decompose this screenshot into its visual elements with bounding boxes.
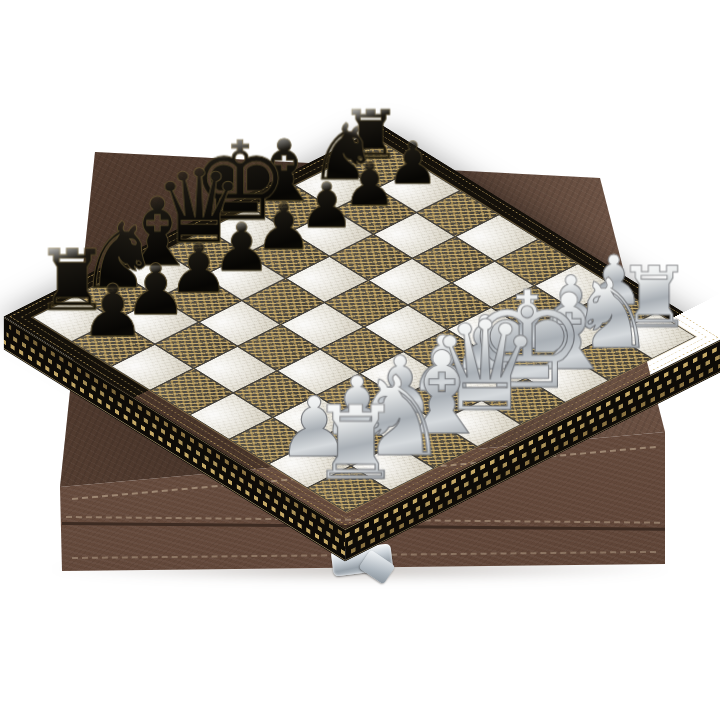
piece-black-pawn-d7[interactable]: ♟ — [212, 214, 272, 280]
board-scene: ♜♞♝♛♚♝♞♜♟♟♟♟♟♟♟♟♟♟♟♟♟♟♟♟♜♞♝♛♚♝♞♜ — [0, 0, 720, 720]
piece-black-pawn-f7[interactable]: ♟ — [299, 174, 355, 236]
square-c7[interactable]: ♟ — [160, 277, 240, 322]
board-frame: ♜♞♝♛♚♝♞♜♟♟♟♟♟♟♟♟♟♟♟♟♟♟♟♟♜♞♝♛♚♝♞♜ — [4, 126, 720, 529]
square-f8[interactable]: ♝ — [252, 186, 332, 231]
piece-black-rook-h8[interactable]: ♜ — [341, 102, 401, 169]
piece-white-rook-a1[interactable]: ♜ — [310, 392, 401, 493]
square-g7[interactable]: ♟ — [335, 189, 415, 234]
piece-black-pawn-g7[interactable]: ♟ — [343, 154, 397, 214]
square-g8[interactable]: ♞ — [295, 164, 375, 209]
square-h6[interactable] — [418, 191, 498, 236]
square-d8[interactable]: ♛ — [165, 230, 245, 275]
square-d6[interactable] — [243, 279, 323, 324]
square-h7[interactable]: ♟ — [378, 167, 458, 212]
piece-black-queen-d8[interactable]: ♛ — [153, 156, 244, 258]
square-g6[interactable] — [374, 213, 454, 258]
piece-black-bishop-c8[interactable]: ♝ — [115, 185, 199, 279]
piece-black-bishop-f8[interactable]: ♝ — [246, 128, 323, 213]
square-e7[interactable]: ♟ — [247, 233, 327, 278]
piece-black-knight-g8[interactable]: ♞ — [309, 114, 379, 192]
piece-black-king-e8[interactable]: ♚ — [192, 128, 290, 237]
board-grid: ♜♞♝♛♚♝♞♜♟♟♟♟♟♟♟♟♟♟♟♟♟♟♟♟♜♞♝♛♚♝♞♜ — [32, 141, 696, 512]
piece-black-pawn-e7[interactable]: ♟ — [255, 194, 313, 258]
square-e6[interactable] — [287, 257, 367, 302]
square-f7[interactable]: ♟ — [291, 211, 371, 256]
piece-black-pawn-h7[interactable]: ♟ — [386, 134, 438, 192]
chess-board: ♜♞♝♛♚♝♞♜♟♟♟♟♟♟♟♟♟♟♟♟♟♟♟♟♜♞♝♛♚♝♞♜ — [4, 126, 720, 529]
square-f6[interactable] — [330, 235, 410, 280]
product-photo-scene: ♜♞♝♛♚♝♞♜♟♟♟♟♟♟♟♟♟♟♟♟♟♟♟♟♜♞♝♛♚♝♞♜ — [0, 0, 720, 720]
square-h8[interactable]: ♜ — [339, 142, 419, 187]
piece-black-pawn-c7[interactable]: ♟ — [168, 234, 229, 302]
square-e5[interactable] — [326, 281, 406, 326]
square-e8[interactable]: ♚ — [208, 208, 288, 253]
square-a1[interactable]: ♜ — [309, 467, 389, 512]
piece-black-pawn-a7[interactable]: ♟ — [81, 274, 146, 347]
square-d7[interactable]: ♟ — [204, 255, 284, 300]
square-h5[interactable] — [457, 215, 537, 260]
